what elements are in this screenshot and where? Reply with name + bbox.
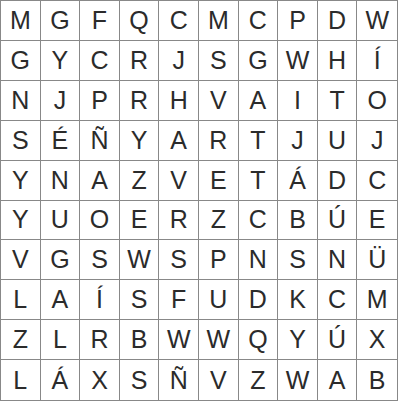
grid-cell[interactable]: E	[120, 201, 160, 241]
word-search-grid: MGFQCMCPDWGYCRJSGWHÍNJPRHVAITOSÉÑYARTJUJ…	[0, 0, 398, 401]
grid-cell[interactable]: F	[80, 1, 120, 41]
grid-cell[interactable]: S	[1, 121, 41, 161]
grid-cell[interactable]: P	[278, 1, 318, 41]
grid-cell[interactable]: M	[1, 1, 41, 41]
grid-cell[interactable]: G	[41, 240, 81, 280]
grid-cell[interactable]: S	[120, 280, 160, 320]
grid-cell[interactable]: É	[41, 121, 81, 161]
grid-cell[interactable]: N	[41, 161, 81, 201]
grid-cell[interactable]: A	[41, 280, 81, 320]
grid-cell[interactable]: U	[41, 201, 81, 241]
grid-cell[interactable]: W	[159, 320, 199, 360]
grid-cell[interactable]: G	[41, 1, 81, 41]
grid-cell[interactable]: D	[318, 1, 358, 41]
grid-cell[interactable]: C	[239, 201, 279, 241]
grid-cell[interactable]: R	[120, 81, 160, 121]
grid-cell[interactable]: Y	[278, 320, 318, 360]
grid-cell[interactable]: S	[120, 360, 160, 400]
grid-cell[interactable]: H	[318, 41, 358, 81]
grid-cell[interactable]: T	[239, 121, 279, 161]
grid-cell[interactable]: A	[159, 121, 199, 161]
grid-cell[interactable]: I	[278, 81, 318, 121]
grid-cell[interactable]: V	[1, 240, 41, 280]
grid-cell[interactable]: W	[199, 320, 239, 360]
grid-cell[interactable]: Z	[239, 360, 279, 400]
grid-cell[interactable]: O	[357, 81, 397, 121]
grid-cell[interactable]: Y	[1, 201, 41, 241]
grid-cell[interactable]: U	[318, 121, 358, 161]
grid-cell[interactable]: Ú	[318, 320, 358, 360]
grid-cell[interactable]: Ñ	[80, 121, 120, 161]
grid-cell[interactable]: S	[80, 240, 120, 280]
grid-cell[interactable]: W	[278, 360, 318, 400]
grid-cell[interactable]: H	[159, 81, 199, 121]
grid-cell[interactable]: W	[278, 41, 318, 81]
grid-cell[interactable]: Y	[41, 41, 81, 81]
grid-cell[interactable]: C	[159, 1, 199, 41]
grid-cell[interactable]: T	[239, 161, 279, 201]
grid-cell[interactable]: Á	[41, 360, 81, 400]
grid-cell[interactable]: X	[80, 360, 120, 400]
grid-cell[interactable]: Z	[120, 161, 160, 201]
grid-cell[interactable]: Ú	[318, 201, 358, 241]
grid-cell[interactable]: M	[199, 1, 239, 41]
grid-cell[interactable]: Q	[120, 1, 160, 41]
grid-cell[interactable]: W	[357, 1, 397, 41]
grid-cell[interactable]: C	[357, 161, 397, 201]
grid-cell[interactable]: S	[278, 240, 318, 280]
grid-cell[interactable]: B	[357, 360, 397, 400]
grid-cell[interactable]: V	[199, 81, 239, 121]
grid-cell[interactable]: Q	[239, 320, 279, 360]
grid-cell[interactable]: S	[199, 41, 239, 81]
grid-cell[interactable]: Í	[80, 280, 120, 320]
grid-cell[interactable]: N	[318, 240, 358, 280]
grid-cell[interactable]: J	[159, 41, 199, 81]
grid-cell[interactable]: M	[357, 280, 397, 320]
grid-cell[interactable]: V	[199, 360, 239, 400]
grid-cell[interactable]: F	[159, 280, 199, 320]
grid-cell[interactable]: R	[199, 121, 239, 161]
grid-cell[interactable]: Y	[1, 161, 41, 201]
grid-cell[interactable]: J	[278, 121, 318, 161]
grid-cell[interactable]: G	[239, 41, 279, 81]
grid-cell[interactable]: D	[318, 161, 358, 201]
grid-cell[interactable]: V	[159, 161, 199, 201]
grid-cell[interactable]: Ñ	[159, 360, 199, 400]
grid-cell[interactable]: A	[318, 360, 358, 400]
grid-cell[interactable]: K	[278, 280, 318, 320]
grid-cell[interactable]: J	[41, 81, 81, 121]
grid-cell[interactable]: G	[1, 41, 41, 81]
grid-cell[interactable]: A	[239, 81, 279, 121]
grid-cell[interactable]: A	[80, 161, 120, 201]
grid-cell[interactable]: Í	[357, 41, 397, 81]
grid-cell[interactable]: L	[41, 320, 81, 360]
grid-cell[interactable]: U	[199, 280, 239, 320]
grid-cell[interactable]: B	[278, 201, 318, 241]
grid-cell[interactable]: Z	[1, 320, 41, 360]
grid-cell[interactable]: S	[159, 240, 199, 280]
grid-cell[interactable]: L	[1, 360, 41, 400]
grid-cell[interactable]: C	[80, 41, 120, 81]
word-search-puzzle: MGFQCMCPDWGYCRJSGWHÍNJPRHVAITOSÉÑYARTJUJ…	[0, 0, 398, 401]
grid-cell[interactable]: E	[357, 201, 397, 241]
grid-cell[interactable]: C	[318, 280, 358, 320]
grid-cell[interactable]: C	[239, 1, 279, 41]
grid-cell[interactable]: Á	[278, 161, 318, 201]
grid-cell[interactable]: J	[357, 121, 397, 161]
grid-cell[interactable]: Y	[120, 121, 160, 161]
grid-cell[interactable]: N	[1, 81, 41, 121]
grid-cell[interactable]: R	[80, 320, 120, 360]
grid-cell[interactable]: P	[80, 81, 120, 121]
grid-cell[interactable]: N	[239, 240, 279, 280]
grid-cell[interactable]: X	[357, 320, 397, 360]
grid-cell[interactable]: O	[80, 201, 120, 241]
grid-cell[interactable]: B	[120, 320, 160, 360]
grid-cell[interactable]: T	[318, 81, 358, 121]
grid-cell[interactable]: L	[1, 280, 41, 320]
grid-cell[interactable]: Ü	[357, 240, 397, 280]
grid-cell[interactable]: W	[120, 240, 160, 280]
grid-cell[interactable]: E	[199, 161, 239, 201]
grid-cell[interactable]: Z	[199, 201, 239, 241]
grid-cell[interactable]: R	[159, 201, 199, 241]
grid-cell[interactable]: R	[120, 41, 160, 81]
grid-cell[interactable]: D	[239, 280, 279, 320]
grid-cell[interactable]: P	[199, 240, 239, 280]
